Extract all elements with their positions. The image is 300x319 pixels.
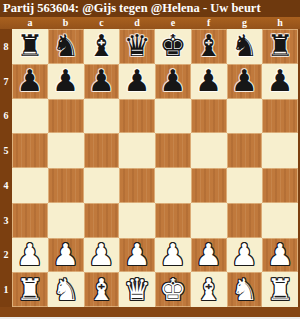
rank-labels-column: 87654321 bbox=[0, 29, 12, 307]
square-f1[interactable]: ♝ bbox=[191, 272, 227, 307]
square-b8[interactable]: ♞ bbox=[48, 29, 84, 64]
square-d2[interactable]: ♟ bbox=[119, 238, 155, 273]
rank-label-3: 3 bbox=[0, 203, 12, 238]
square-b4[interactable] bbox=[48, 168, 84, 203]
piece-black-king[interactable]: ♚ bbox=[159, 31, 186, 61]
square-e3[interactable] bbox=[155, 203, 191, 238]
square-d8[interactable]: ♛ bbox=[119, 29, 155, 64]
chess-board[interactable]: ♜♞♝♛♚♝♞♜♟♟♟♟♟♟♟♟♟♟♟♟♟♟♟♟♜♞♝♛♚♝♞♜ bbox=[12, 29, 298, 307]
square-d1[interactable]: ♛ bbox=[119, 272, 155, 307]
square-f6[interactable] bbox=[191, 99, 227, 134]
square-b1[interactable]: ♞ bbox=[48, 272, 84, 307]
square-g3[interactable] bbox=[227, 203, 263, 238]
square-d3[interactable] bbox=[119, 203, 155, 238]
piece-white-pawn[interactable]: ♟ bbox=[124, 240, 151, 270]
piece-black-pawn[interactable]: ♟ bbox=[159, 66, 186, 96]
file-label-e: e bbox=[155, 17, 191, 29]
piece-black-bishop[interactable]: ♝ bbox=[88, 31, 115, 61]
piece-white-bishop[interactable]: ♝ bbox=[195, 275, 222, 305]
square-d4[interactable] bbox=[119, 168, 155, 203]
board-region: 87654321 ♜♞♝♛♚♝♞♜♟♟♟♟♟♟♟♟♟♟♟♟♟♟♟♟♜♞♝♛♚♝♞… bbox=[0, 29, 300, 307]
square-h8[interactable]: ♜ bbox=[262, 29, 298, 64]
piece-black-pawn[interactable]: ♟ bbox=[88, 66, 115, 96]
square-b3[interactable] bbox=[48, 203, 84, 238]
frame-spacer bbox=[298, 17, 300, 29]
square-a3[interactable] bbox=[12, 203, 48, 238]
file-label-h: h bbox=[262, 17, 298, 29]
square-g1[interactable]: ♞ bbox=[227, 272, 263, 307]
square-g4[interactable] bbox=[227, 168, 263, 203]
piece-white-pawn[interactable]: ♟ bbox=[88, 240, 115, 270]
square-f7[interactable]: ♟ bbox=[191, 64, 227, 99]
square-a1[interactable]: ♜ bbox=[12, 272, 48, 307]
piece-white-knight[interactable]: ♞ bbox=[52, 275, 79, 305]
square-c8[interactable]: ♝ bbox=[84, 29, 120, 64]
piece-black-knight[interactable]: ♞ bbox=[52, 31, 79, 61]
piece-white-pawn[interactable]: ♟ bbox=[16, 240, 43, 270]
square-a8[interactable]: ♜ bbox=[12, 29, 48, 64]
square-h3[interactable] bbox=[262, 203, 298, 238]
square-h5[interactable] bbox=[262, 133, 298, 168]
piece-white-pawn[interactable]: ♟ bbox=[159, 240, 186, 270]
board-right-frame bbox=[298, 29, 300, 307]
square-h6[interactable] bbox=[262, 99, 298, 134]
piece-white-queen[interactable]: ♛ bbox=[124, 275, 151, 305]
square-g5[interactable] bbox=[227, 133, 263, 168]
square-e6[interactable] bbox=[155, 99, 191, 134]
file-label-f: f bbox=[191, 17, 227, 29]
file-labels-row: abcdefgh bbox=[0, 17, 300, 29]
square-b6[interactable] bbox=[48, 99, 84, 134]
square-g2[interactable]: ♟ bbox=[227, 238, 263, 273]
game-title: Partij 563604: @Gijs tegen @Helena - Uw … bbox=[0, 0, 300, 17]
square-c2[interactable]: ♟ bbox=[84, 238, 120, 273]
rank-label-2: 2 bbox=[0, 238, 12, 273]
square-f2[interactable]: ♟ bbox=[191, 238, 227, 273]
file-label-d: d bbox=[119, 17, 155, 29]
rank-label-4: 4 bbox=[0, 168, 12, 203]
square-e7[interactable]: ♟ bbox=[155, 64, 191, 99]
piece-black-queen[interactable]: ♛ bbox=[124, 31, 151, 61]
square-g8[interactable]: ♞ bbox=[227, 29, 263, 64]
piece-black-pawn[interactable]: ♟ bbox=[124, 66, 151, 96]
square-b7[interactable]: ♟ bbox=[48, 64, 84, 99]
square-a7[interactable]: ♟ bbox=[12, 64, 48, 99]
piece-white-rook[interactable]: ♜ bbox=[16, 275, 43, 305]
square-a5[interactable] bbox=[12, 133, 48, 168]
piece-white-rook[interactable]: ♜ bbox=[267, 275, 294, 305]
square-c4[interactable] bbox=[84, 168, 120, 203]
square-f8[interactable]: ♝ bbox=[191, 29, 227, 64]
square-f3[interactable] bbox=[191, 203, 227, 238]
square-c3[interactable] bbox=[84, 203, 120, 238]
piece-black-rook[interactable]: ♜ bbox=[16, 31, 43, 61]
piece-black-pawn[interactable]: ♟ bbox=[52, 66, 79, 96]
square-h7[interactable]: ♟ bbox=[262, 64, 298, 99]
piece-black-pawn[interactable]: ♟ bbox=[231, 66, 258, 96]
rank-label-8: 8 bbox=[0, 29, 12, 64]
piece-white-king[interactable]: ♚ bbox=[159, 275, 186, 305]
square-f5[interactable] bbox=[191, 133, 227, 168]
square-c1[interactable]: ♝ bbox=[84, 272, 120, 307]
square-h1[interactable]: ♜ bbox=[262, 272, 298, 307]
piece-white-bishop[interactable]: ♝ bbox=[88, 275, 115, 305]
piece-black-bishop[interactable]: ♝ bbox=[195, 31, 222, 61]
square-c5[interactable] bbox=[84, 133, 120, 168]
square-h4[interactable] bbox=[262, 168, 298, 203]
square-d6[interactable] bbox=[119, 99, 155, 134]
square-g6[interactable] bbox=[227, 99, 263, 134]
square-b2[interactable]: ♟ bbox=[48, 238, 84, 273]
rank-label-5: 5 bbox=[0, 133, 12, 168]
square-f4[interactable] bbox=[191, 168, 227, 203]
square-c6[interactable] bbox=[84, 99, 120, 134]
square-e1[interactable]: ♚ bbox=[155, 272, 191, 307]
square-d7[interactable]: ♟ bbox=[119, 64, 155, 99]
piece-white-pawn[interactable]: ♟ bbox=[267, 240, 294, 270]
square-c7[interactable]: ♟ bbox=[84, 64, 120, 99]
file-label-a: a bbox=[12, 17, 48, 29]
square-e4[interactable] bbox=[155, 168, 191, 203]
file-label-b: b bbox=[48, 17, 84, 29]
piece-white-pawn[interactable]: ♟ bbox=[52, 240, 79, 270]
board-bottom-frame bbox=[0, 307, 300, 317]
gutter-spacer bbox=[0, 17, 12, 29]
rank-label-7: 7 bbox=[0, 64, 12, 99]
rank-label-6: 6 bbox=[0, 99, 12, 134]
square-b5[interactable] bbox=[48, 133, 84, 168]
piece-white-knight[interactable]: ♞ bbox=[231, 275, 258, 305]
rank-label-1: 1 bbox=[0, 272, 12, 307]
square-e5[interactable] bbox=[155, 133, 191, 168]
piece-black-pawn[interactable]: ♟ bbox=[267, 66, 294, 96]
square-e2[interactable]: ♟ bbox=[155, 238, 191, 273]
square-d5[interactable] bbox=[119, 133, 155, 168]
square-g7[interactable]: ♟ bbox=[227, 64, 263, 99]
piece-white-pawn[interactable]: ♟ bbox=[231, 240, 258, 270]
file-label-g: g bbox=[227, 17, 263, 29]
square-a4[interactable] bbox=[12, 168, 48, 203]
file-label-c: c bbox=[84, 17, 120, 29]
square-e8[interactable]: ♚ bbox=[155, 29, 191, 64]
piece-black-pawn[interactable]: ♟ bbox=[195, 66, 222, 96]
square-a2[interactable]: ♟ bbox=[12, 238, 48, 273]
chess-game-window: Partij 563604: @Gijs tegen @Helena - Uw … bbox=[0, 0, 300, 319]
piece-black-knight[interactable]: ♞ bbox=[231, 31, 258, 61]
piece-black-pawn[interactable]: ♟ bbox=[16, 66, 43, 96]
piece-white-pawn[interactable]: ♟ bbox=[195, 240, 222, 270]
square-a6[interactable] bbox=[12, 99, 48, 134]
piece-black-rook[interactable]: ♜ bbox=[267, 31, 294, 61]
square-h2[interactable]: ♟ bbox=[262, 238, 298, 273]
